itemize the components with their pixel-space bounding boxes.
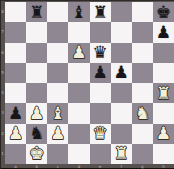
- piece-black-king-h8[interactable]: ♚: [153, 2, 174, 22]
- piece-white-bishop-c3[interactable]: ♝: [47, 103, 68, 123]
- square-c5[interactable]: [47, 63, 68, 83]
- piece-black-pawn-e5[interactable]: ♟: [90, 63, 111, 83]
- square-h3[interactable]: [153, 103, 174, 123]
- square-b3[interactable]: ♟: [26, 103, 47, 123]
- square-a4[interactable]: [5, 83, 26, 103]
- square-c4[interactable]: [47, 83, 68, 103]
- file-label-f: f: [111, 164, 132, 169]
- piece-white-rook-f1[interactable]: ♜: [111, 144, 132, 164]
- rank-label-1: 1: [0, 144, 5, 164]
- square-e3[interactable]: [90, 103, 111, 123]
- rank-label-4: 4: [0, 83, 5, 103]
- piece-white-pawn-c2[interactable]: ♟: [47, 124, 68, 144]
- piece-black-pawn-a3[interactable]: ♟: [5, 103, 26, 123]
- file-label-d: d: [68, 164, 89, 169]
- file-label-c: c: [47, 164, 68, 169]
- square-e7[interactable]: [90, 22, 111, 42]
- square-g3[interactable]: ♞: [132, 103, 153, 123]
- square-g4[interactable]: [132, 83, 153, 103]
- square-c2[interactable]: ♟: [47, 124, 68, 144]
- chess-app-window: ♜♝♜♚♟♟♛♟♟♜♟♟♝♞♟♞♟♛♟♚♜ 87654321 abcdefgh: [0, 0, 174, 169]
- square-c7[interactable]: [47, 22, 68, 42]
- square-b6[interactable]: [26, 43, 47, 63]
- square-a6[interactable]: [5, 43, 26, 63]
- piece-black-rook-b8[interactable]: ♜: [26, 2, 47, 22]
- piece-black-bishop-d8[interactable]: ♝: [68, 2, 89, 22]
- rank-label-3: 3: [0, 103, 5, 123]
- square-f6[interactable]: [111, 43, 132, 63]
- square-h2[interactable]: ♟: [153, 124, 174, 144]
- piece-black-rook-e8[interactable]: ♜: [90, 2, 111, 22]
- square-b1[interactable]: ♚: [26, 144, 47, 164]
- rank-label-7: 7: [0, 22, 5, 42]
- square-g1[interactable]: [132, 144, 153, 164]
- square-a3[interactable]: ♟: [5, 103, 26, 123]
- square-a1[interactable]: [5, 144, 26, 164]
- piece-white-queen-e2[interactable]: ♛: [90, 124, 111, 144]
- piece-black-knight-b2[interactable]: ♞: [26, 124, 47, 144]
- rank-label-6: 6: [0, 43, 5, 63]
- square-a2[interactable]: ♟: [5, 124, 26, 144]
- rank-coordinates: 87654321: [0, 2, 5, 164]
- square-d5[interactable]: [68, 63, 89, 83]
- square-e2[interactable]: ♛: [90, 124, 111, 144]
- square-h5[interactable]: [153, 63, 174, 83]
- square-g7[interactable]: [132, 22, 153, 42]
- file-label-b: b: [26, 164, 47, 169]
- square-d3[interactable]: [68, 103, 89, 123]
- file-label-e: e: [90, 164, 111, 169]
- square-c6[interactable]: [47, 43, 68, 63]
- file-label-g: g: [132, 164, 153, 169]
- square-b8[interactable]: ♜: [26, 2, 47, 22]
- square-d8[interactable]: ♝: [68, 2, 89, 22]
- square-f4[interactable]: [111, 83, 132, 103]
- piece-white-king-b1[interactable]: ♚: [26, 144, 47, 164]
- square-f7[interactable]: [111, 22, 132, 42]
- square-d6[interactable]: ♟: [68, 43, 89, 63]
- square-f8[interactable]: [111, 2, 132, 22]
- square-b2[interactable]: ♞: [26, 124, 47, 144]
- square-d7[interactable]: [68, 22, 89, 42]
- square-g6[interactable]: [132, 43, 153, 63]
- square-g5[interactable]: [132, 63, 153, 83]
- piece-white-rook-h4[interactable]: ♜: [153, 83, 174, 103]
- square-e6[interactable]: ♛: [90, 43, 111, 63]
- file-label-h: h: [153, 164, 174, 169]
- square-b5[interactable]: [26, 63, 47, 83]
- chess-board: ♜♝♜♚♟♟♛♟♟♜♟♟♝♞♟♞♟♛♟♚♜: [5, 2, 174, 164]
- rank-label-8: 8: [0, 2, 5, 22]
- square-a5[interactable]: [5, 63, 26, 83]
- piece-white-knight-g3[interactable]: ♞: [132, 103, 153, 123]
- square-h4[interactable]: ♜: [153, 83, 174, 103]
- piece-white-pawn-b3[interactable]: ♟: [26, 103, 47, 123]
- file-label-a: a: [5, 164, 26, 169]
- square-c1[interactable]: [47, 144, 68, 164]
- square-a8[interactable]: [5, 2, 26, 22]
- square-g8[interactable]: [132, 2, 153, 22]
- piece-white-pawn-a2[interactable]: ♟: [5, 124, 26, 144]
- rank-label-5: 5: [0, 63, 5, 83]
- square-b7[interactable]: [26, 22, 47, 42]
- square-c8[interactable]: [47, 2, 68, 22]
- square-h6[interactable]: [153, 43, 174, 63]
- square-e5[interactable]: ♟: [90, 63, 111, 83]
- square-g2[interactable]: [132, 124, 153, 144]
- square-d1[interactable]: [68, 144, 89, 164]
- square-h8[interactable]: ♚: [153, 2, 174, 22]
- square-h7[interactable]: ♟: [153, 22, 174, 42]
- rank-label-2: 2: [0, 124, 5, 144]
- square-b4[interactable]: [26, 83, 47, 103]
- square-h1[interactable]: [153, 144, 174, 164]
- square-f1[interactable]: ♜: [111, 144, 132, 164]
- piece-black-pawn-h7[interactable]: ♟: [153, 22, 174, 42]
- piece-black-pawn-f5[interactable]: ♟: [111, 63, 132, 83]
- piece-white-pawn-d6[interactable]: ♟: [68, 43, 89, 63]
- piece-white-pawn-h2[interactable]: ♟: [153, 124, 174, 144]
- square-c3[interactable]: ♝: [47, 103, 68, 123]
- square-f3[interactable]: [111, 103, 132, 123]
- square-e8[interactable]: ♜: [90, 2, 111, 22]
- square-f2[interactable]: [111, 124, 132, 144]
- file-coordinates: abcdefgh: [5, 164, 174, 169]
- square-d2[interactable]: [68, 124, 89, 144]
- square-a7[interactable]: [5, 22, 26, 42]
- square-f5[interactable]: ♟: [111, 63, 132, 83]
- square-e1[interactable]: [90, 144, 111, 164]
- piece-black-queen-e6[interactable]: ♛: [90, 43, 111, 63]
- square-d4[interactable]: [68, 83, 89, 103]
- square-e4[interactable]: [90, 83, 111, 103]
